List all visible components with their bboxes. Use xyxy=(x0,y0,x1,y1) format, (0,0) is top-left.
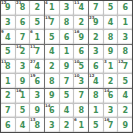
cell-value: 4 xyxy=(118,90,132,103)
cell-value: 8 xyxy=(104,31,118,44)
cell-value: 4 xyxy=(60,105,74,118)
cell-r1c2[interactable]: 218 xyxy=(16,1,30,15)
cell-r5c3[interactable]: 274 xyxy=(30,60,44,74)
cell-r4c5[interactable]: 1 xyxy=(60,45,74,59)
cell-value: 5 xyxy=(1,46,15,59)
cell-value: 2 xyxy=(1,90,15,103)
cell-value: 5 xyxy=(89,119,103,132)
cell-value: 8 xyxy=(1,61,15,74)
cell-value: 8 xyxy=(60,17,74,30)
cell-r9c6[interactable]: 61 xyxy=(74,118,88,132)
cell-r2c8[interactable]: 4 xyxy=(104,16,118,30)
cell-r7c8[interactable]: 146 xyxy=(104,89,118,103)
cell-value: 1 xyxy=(60,46,74,59)
cell-r1c6[interactable]: 114 xyxy=(74,1,88,15)
cell-value: 7 xyxy=(16,31,30,44)
cell-r4c7[interactable]: 3 xyxy=(89,45,103,59)
cell-value: 3 xyxy=(74,75,88,88)
cell-r7c4[interactable]: 9 xyxy=(45,89,59,103)
cell-value: 5 xyxy=(74,61,88,74)
cell-value: 5 xyxy=(118,75,132,88)
cell-value: 5 xyxy=(60,90,74,103)
cell-r9c5[interactable]: 2 xyxy=(60,118,74,132)
cell-value: 6 xyxy=(89,61,103,74)
cell-r3c7[interactable]: 2 xyxy=(89,30,103,44)
cell-r1c9[interactable]: 6 xyxy=(118,1,132,15)
cell-r6c2[interactable]: 9 xyxy=(16,74,30,88)
cell-r7c2[interactable]: 161 xyxy=(16,89,30,103)
cell-value: 9 xyxy=(16,75,30,88)
cell-r1c8[interactable]: 5 xyxy=(104,1,118,15)
cell-value: 4 xyxy=(30,61,44,74)
cell-r6c5[interactable]: 7 xyxy=(60,74,74,88)
box-9: 8146413251679 xyxy=(89,89,132,132)
cell-value: 3 xyxy=(1,17,15,30)
cell-value: 4 xyxy=(1,31,15,44)
cell-r7c9[interactable]: 4 xyxy=(118,89,132,103)
cell-r5c7[interactable]: 6 xyxy=(89,60,103,74)
cell-r5c5[interactable]: 9 xyxy=(60,60,74,74)
cell-r3c9[interactable]: 3 xyxy=(118,30,132,44)
cell-r6c7[interactable]: 124 xyxy=(89,74,103,88)
cell-value: 9 xyxy=(30,105,44,118)
cell-r3c8[interactable]: 8 xyxy=(104,30,118,44)
cell-r4c4[interactable]: 4 xyxy=(45,45,59,59)
cell-value: 7 xyxy=(45,17,59,30)
cell-value: 6 xyxy=(1,119,15,132)
cell-r9c2[interactable]: 4 xyxy=(16,118,30,132)
cell-value: 5 xyxy=(104,2,118,15)
cell-value: 9 xyxy=(45,90,59,103)
cell-value: 2 xyxy=(60,119,74,132)
cell-value: 1 xyxy=(104,61,118,74)
cell-value: 3 xyxy=(45,119,59,132)
cell-value: 7 xyxy=(30,46,44,59)
cell-value: 4 xyxy=(89,75,103,88)
cell-value: 6 xyxy=(118,2,132,15)
box-4: 5142117118327419196 xyxy=(1,45,44,88)
cell-value: 3 xyxy=(118,31,132,44)
cell-value: 5 xyxy=(30,17,44,30)
cell-r3c5[interactable]: 6 xyxy=(60,30,74,44)
cell-value: 8 xyxy=(118,46,132,59)
cell-value: 2 xyxy=(45,61,59,74)
cell-value: 9 xyxy=(89,17,103,30)
cell-r7c7[interactable]: 8 xyxy=(89,89,103,103)
cell-value: 5 xyxy=(16,105,30,118)
cell-r2c4[interactable]: 157 xyxy=(45,16,59,30)
cell-r3c4[interactable]: 5 xyxy=(45,30,59,44)
cell-r2c5[interactable]: 8 xyxy=(60,16,74,30)
cell-value: 6 xyxy=(16,17,30,30)
cell-value: 7 xyxy=(60,75,74,88)
cell-value: 9 xyxy=(60,61,74,74)
cell-r3c2[interactable]: 7 xyxy=(16,30,30,44)
cell-r5c2[interactable]: 3 xyxy=(16,60,30,74)
cell-value: 4 xyxy=(104,17,118,30)
box-1: 129218236594761 xyxy=(1,1,44,44)
cell-value: 3 xyxy=(30,90,44,103)
cell-r2c9[interactable]: 1 xyxy=(118,16,132,30)
cell-r4c3[interactable]: 117 xyxy=(30,45,44,59)
cell-r2c7[interactable]: 239 xyxy=(89,16,103,30)
cell-r8c2[interactable]: 5 xyxy=(16,104,30,118)
cell-r6c3[interactable]: 196 xyxy=(30,74,44,88)
cell-r2c3[interactable]: 5 xyxy=(30,16,44,30)
cell-value: 8 xyxy=(30,119,44,132)
cell-value: 2 xyxy=(30,2,44,15)
cell-value: 9 xyxy=(1,2,15,15)
cell-r8c5[interactable]: 4 xyxy=(60,104,74,118)
cell-r9c4[interactable]: 3 xyxy=(45,118,59,132)
cell-value: 1 xyxy=(16,90,30,103)
cell-value: 5 xyxy=(45,31,59,44)
cell-value: 6 xyxy=(74,46,88,59)
cell-r9c1[interactable]: 6 xyxy=(1,118,15,132)
cell-r3c6[interactable]: 169 xyxy=(74,30,88,44)
cell-value: 1 xyxy=(89,105,103,118)
cell-value: 6 xyxy=(30,75,44,88)
cell-value: 8 xyxy=(89,90,103,103)
cell-r4c8[interactable]: 9 xyxy=(104,45,118,59)
cell-r6c1[interactable]: 1 xyxy=(1,74,15,88)
cell-r9c3[interactable]: 138 xyxy=(30,118,44,132)
cell-r7c5[interactable]: 5 xyxy=(60,89,74,103)
cell-value: 9 xyxy=(74,31,88,44)
cell-value: 2 xyxy=(16,46,30,59)
cell-r8c8[interactable]: 3 xyxy=(104,104,118,118)
cell-r9c8[interactable]: 167 xyxy=(104,118,118,132)
cell-r5c6[interactable]: 105 xyxy=(74,60,88,74)
cell-value: 1 xyxy=(118,17,132,30)
cell-value: 1 xyxy=(74,119,88,132)
cell-value: 8 xyxy=(45,75,59,88)
cell-value: 4 xyxy=(45,46,59,59)
cell-r1c7[interactable]: 7 xyxy=(89,1,103,15)
box-6: 39863112712425 xyxy=(89,45,132,88)
cell-value: 2 xyxy=(104,75,118,88)
box-7: 2161375964138 xyxy=(1,89,44,132)
cell-r7c6[interactable]: 7 xyxy=(74,89,88,103)
cell-value: 1 xyxy=(30,31,44,44)
cell-r5c4[interactable]: 2 xyxy=(45,60,59,74)
cell-value: 7 xyxy=(74,90,88,103)
cell-r1c3[interactable]: 2 xyxy=(30,1,44,15)
box-2: 4131141578256169 xyxy=(45,1,88,44)
cell-r1c5[interactable]: 3 xyxy=(60,1,74,15)
cell-r5c1[interactable]: 118 xyxy=(1,60,15,74)
cell-r3c3[interactable]: 61 xyxy=(30,30,44,44)
cell-value: 3 xyxy=(89,46,103,59)
cell-r5c9[interactable]: 127 xyxy=(118,60,132,74)
cell-r8c4[interactable]: 146 xyxy=(45,104,59,118)
cell-r4c1[interactable]: 5 xyxy=(1,45,15,59)
cell-value: 9 xyxy=(118,119,132,132)
cell-r5c8[interactable]: 31 xyxy=(104,60,118,74)
cell-value: 1 xyxy=(45,2,59,15)
cell-r4c2[interactable]: 142 xyxy=(16,45,30,59)
cell-value: 8 xyxy=(16,2,30,15)
cell-value: 4 xyxy=(16,119,30,132)
cell-r4c6[interactable]: 6 xyxy=(74,45,88,59)
cell-r8c1[interactable]: 7 xyxy=(1,104,15,118)
box-8: 957146483261 xyxy=(45,89,88,132)
cell-value: 7 xyxy=(118,61,132,74)
cell-r8c7[interactable]: 1 xyxy=(89,104,103,118)
cell-value: 7 xyxy=(104,119,118,132)
box-5: 4162910587103 xyxy=(45,45,88,88)
cell-value: 2 xyxy=(118,105,132,118)
cell-value: 7 xyxy=(1,105,15,118)
cell-value: 8 xyxy=(74,105,88,118)
cell-r8c9[interactable]: 2 xyxy=(118,104,132,118)
cell-r6c4[interactable]: 8 xyxy=(45,74,59,88)
cell-value: 3 xyxy=(104,105,118,118)
cell-value: 6 xyxy=(45,105,59,118)
cell-value: 2 xyxy=(74,17,88,30)
cell-r6c8[interactable]: 2 xyxy=(104,74,118,88)
cell-value: 6 xyxy=(104,90,118,103)
cell-r2c1[interactable]: 3 xyxy=(1,16,15,30)
cell-r9c9[interactable]: 9 xyxy=(118,118,132,132)
cell-r8c6[interactable]: 8 xyxy=(74,104,88,118)
cell-value: 4 xyxy=(74,2,88,15)
cell-r6c9[interactable]: 5 xyxy=(118,74,132,88)
cell-r1c1[interactable]: 129 xyxy=(1,1,15,15)
cell-r9c7[interactable]: 5 xyxy=(89,118,103,132)
cell-r6c6[interactable]: 103 xyxy=(74,74,88,88)
cell-r4c9[interactable]: 8 xyxy=(118,45,132,59)
cell-value: 2 xyxy=(89,31,103,44)
cell-value: 1 xyxy=(1,75,15,88)
cell-r8c3[interactable]: 9 xyxy=(30,104,44,118)
cell-value: 6 xyxy=(60,31,74,44)
cell-r1c4[interactable]: 41 xyxy=(45,1,59,15)
cell-r2c6[interactable]: 2 xyxy=(74,16,88,30)
cell-value: 3 xyxy=(16,61,30,74)
box-3: 75623941283 xyxy=(89,1,132,44)
cell-r2c2[interactable]: 6 xyxy=(16,16,30,30)
killer-sudoku-board: 1292182365947614131141578256169756239412… xyxy=(0,0,133,133)
cell-value: 9 xyxy=(104,46,118,59)
cell-r3c1[interactable]: 94 xyxy=(1,30,15,44)
cell-r7c1[interactable]: 2 xyxy=(1,89,15,103)
cell-r7c3[interactable]: 3 xyxy=(30,89,44,103)
cell-value: 3 xyxy=(60,2,74,15)
cell-value: 7 xyxy=(89,2,103,15)
